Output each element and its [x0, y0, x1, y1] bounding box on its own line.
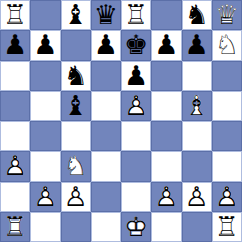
piece-outline: ♔: [121, 212, 151, 242]
square-f6[interactable]: [151, 61, 181, 91]
square-c1[interactable]: [61, 212, 91, 242]
black-pawn-piece[interactable]: ♟: [182, 30, 212, 60]
square-h7[interactable]: ♞♘: [212, 30, 242, 60]
square-a4[interactable]: [0, 121, 30, 151]
square-e7[interactable]: ♚: [121, 30, 151, 60]
white-rook-piece[interactable]: ♜♖: [0, 212, 30, 242]
square-d8[interactable]: ♛: [91, 0, 121, 30]
square-b8[interactable]: [30, 0, 60, 30]
chess-board: ♜♖♝♛♜♖♞♛♕♟♟♟♚♟♟♞♘♞♟♝♟♙♝♗♟♙♞♘♟♙♟♙♟♙♟♙♟♙♜♖…: [0, 0, 242, 242]
square-a3[interactable]: ♟♙: [0, 151, 30, 181]
white-bishop-piece[interactable]: ♝♗: [182, 91, 212, 121]
square-h3[interactable]: [212, 151, 242, 181]
white-rook-piece[interactable]: ♜♖: [121, 0, 151, 30]
square-h2[interactable]: ♟♙: [212, 182, 242, 212]
square-g3[interactable]: [182, 151, 212, 181]
piece-outline: ♘: [212, 30, 242, 60]
square-f5[interactable]: [151, 91, 181, 121]
square-h1[interactable]: ♜♖: [212, 212, 242, 242]
square-a5[interactable]: [0, 91, 30, 121]
square-a7[interactable]: ♟: [0, 30, 30, 60]
square-f4[interactable]: [151, 121, 181, 151]
square-a2[interactable]: [0, 182, 30, 212]
square-b3[interactable]: [30, 151, 60, 181]
piece-outline: ♙: [30, 182, 60, 212]
piece-outline: ♕: [212, 0, 242, 30]
white-knight-piece[interactable]: ♞♘: [61, 151, 91, 181]
black-knight-piece[interactable]: ♞: [182, 0, 212, 30]
square-b2[interactable]: ♟♙: [30, 182, 60, 212]
square-g2[interactable]: ♟♙: [182, 182, 212, 212]
black-pawn-piece[interactable]: ♟: [121, 61, 151, 91]
square-c7[interactable]: [61, 30, 91, 60]
square-c5[interactable]: ♝: [61, 91, 91, 121]
square-h4[interactable]: [212, 121, 242, 151]
square-h5[interactable]: [212, 91, 242, 121]
square-e4[interactable]: [121, 121, 151, 151]
square-d7[interactable]: ♟: [91, 30, 121, 60]
white-pawn-piece[interactable]: ♟♙: [182, 182, 212, 212]
white-pawn-piece[interactable]: ♟♙: [30, 182, 60, 212]
square-f8[interactable]: [151, 0, 181, 30]
white-pawn-piece[interactable]: ♟♙: [61, 182, 91, 212]
square-b5[interactable]: [30, 91, 60, 121]
piece-outline: ♗: [182, 91, 212, 121]
black-pawn-piece[interactable]: ♟: [0, 30, 30, 60]
piece-outline: ♙: [151, 182, 181, 212]
square-f1[interactable]: [151, 212, 181, 242]
square-c4[interactable]: [61, 121, 91, 151]
square-e6[interactable]: ♟: [121, 61, 151, 91]
white-pawn-piece[interactable]: ♟♙: [212, 182, 242, 212]
square-g5[interactable]: ♝♗: [182, 91, 212, 121]
white-pawn-piece[interactable]: ♟♙: [0, 151, 30, 181]
piece-outline: ♖: [0, 212, 30, 242]
square-a8[interactable]: ♜♖: [0, 0, 30, 30]
piece-outline: ♙: [0, 151, 30, 181]
square-d6[interactable]: [91, 61, 121, 91]
square-d5[interactable]: [91, 91, 121, 121]
black-king-piece[interactable]: ♚: [121, 30, 151, 60]
piece-outline: ♖: [121, 0, 151, 30]
piece-outline: ♙: [61, 182, 91, 212]
piece-outline: ♘: [61, 151, 91, 181]
black-bishop-piece[interactable]: ♝: [61, 91, 91, 121]
square-c3[interactable]: ♞♘: [61, 151, 91, 181]
square-b7[interactable]: ♟: [30, 30, 60, 60]
white-rook-piece[interactable]: ♜♖: [0, 0, 30, 30]
square-g7[interactable]: ♟: [182, 30, 212, 60]
square-e8[interactable]: ♜♖: [121, 0, 151, 30]
square-g8[interactable]: ♞: [182, 0, 212, 30]
piece-outline: ♙: [182, 182, 212, 212]
black-knight-piece[interactable]: ♞: [61, 61, 91, 91]
square-c6[interactable]: ♞: [61, 61, 91, 91]
black-pawn-piece[interactable]: ♟: [91, 30, 121, 60]
piece-outline: ♖: [212, 212, 242, 242]
square-h6[interactable]: [212, 61, 242, 91]
black-pawn-piece[interactable]: ♟: [151, 30, 181, 60]
square-h8[interactable]: ♛♕: [212, 0, 242, 30]
square-a1[interactable]: ♜♖: [0, 212, 30, 242]
square-f3[interactable]: [151, 151, 181, 181]
piece-outline: ♖: [0, 0, 30, 30]
square-d2[interactable]: [91, 182, 121, 212]
square-e5[interactable]: ♟♙: [121, 91, 151, 121]
square-d4[interactable]: [91, 121, 121, 151]
square-b6[interactable]: [30, 61, 60, 91]
black-bishop-piece[interactable]: ♝: [61, 0, 91, 30]
square-d3[interactable]: [91, 151, 121, 181]
square-g6[interactable]: [182, 61, 212, 91]
square-e2[interactable]: [121, 182, 151, 212]
square-e3[interactable]: [121, 151, 151, 181]
square-a6[interactable]: [0, 61, 30, 91]
square-g1[interactable]: [182, 212, 212, 242]
white-knight-piece[interactable]: ♞♘: [212, 30, 242, 60]
white-rook-piece[interactable]: ♜♖: [212, 212, 242, 242]
white-pawn-piece[interactable]: ♟♙: [151, 182, 181, 212]
black-queen-piece[interactable]: ♛: [91, 0, 121, 30]
square-f7[interactable]: ♟: [151, 30, 181, 60]
square-c8[interactable]: ♝: [61, 0, 91, 30]
piece-outline: ♙: [212, 182, 242, 212]
square-e1[interactable]: ♚♔: [121, 212, 151, 242]
white-pawn-piece[interactable]: ♟♙: [121, 91, 151, 121]
square-f2[interactable]: ♟♙: [151, 182, 181, 212]
square-c2[interactable]: ♟♙: [61, 182, 91, 212]
square-b1[interactable]: [30, 212, 60, 242]
black-pawn-piece[interactable]: ♟: [30, 30, 60, 60]
white-queen-piece[interactable]: ♛♕: [212, 0, 242, 30]
white-king-piece[interactable]: ♚♔: [121, 212, 151, 242]
square-g4[interactable]: [182, 121, 212, 151]
square-b4[interactable]: [30, 121, 60, 151]
piece-outline: ♙: [121, 91, 151, 121]
square-d1[interactable]: [91, 212, 121, 242]
